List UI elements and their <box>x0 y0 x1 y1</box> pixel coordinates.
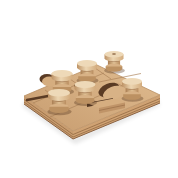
product-photo <box>0 0 178 178</box>
peg-cap-hole <box>112 53 116 55</box>
peg-back-col4-hole[interactable] <box>104 51 125 74</box>
peg-cap-top <box>122 78 142 85</box>
